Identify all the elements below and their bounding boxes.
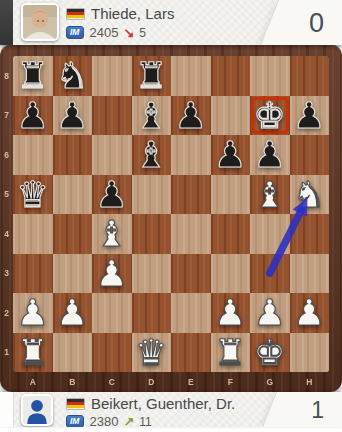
square-b5[interactable] [53, 175, 93, 215]
piece-white-pawn[interactable]: ♟ [17, 293, 49, 333]
square-e8[interactable] [171, 56, 211, 96]
player-rating-bottom: 2380 [89, 414, 118, 427]
square-f2[interactable]: ♟ [211, 293, 251, 333]
chess-board: 87654321 ♜♞♜♟♟♝♟♚♟♝♟♟♛♟♝♞♝♟♟♟♟♟♟♜♛♜♚ ABC… [0, 44, 342, 392]
square-h8[interactable] [290, 56, 330, 96]
rank-label-4: 4 [0, 214, 13, 254]
square-b6[interactable] [53, 135, 93, 175]
square-f5[interactable] [211, 175, 251, 215]
im-title-badge: IM [66, 26, 84, 40]
score-top: 0 [309, 7, 324, 38]
rating-change-bottom: 11 [139, 415, 151, 428]
square-b2[interactable]: ♟ [53, 293, 93, 333]
piece-white-queen[interactable]: ♛ [135, 333, 167, 373]
square-a4[interactable] [13, 214, 53, 254]
rank-label-3: 3 [0, 254, 13, 294]
piece-white-rook[interactable]: ♜ [214, 333, 246, 373]
player-name-top: Thiede, Lars [91, 5, 174, 22]
square-d4[interactable] [132, 214, 172, 254]
square-g5[interactable]: ♝ [250, 175, 290, 215]
piece-black-bishop[interactable]: ♝ [135, 135, 167, 175]
square-d7[interactable]: ♝ [132, 96, 172, 136]
player-rating-top: 2405 [89, 25, 118, 40]
square-e1[interactable] [171, 333, 211, 373]
piece-black-pawn[interactable]: ♟ [56, 96, 88, 136]
square-f1[interactable]: ♜ [211, 333, 251, 373]
piece-black-pawn[interactable]: ♟ [96, 175, 128, 215]
square-d3[interactable] [132, 254, 172, 294]
square-c3[interactable]: ♟ [92, 254, 132, 294]
piece-black-queen[interactable]: ♛ [17, 175, 49, 215]
square-c2[interactable] [92, 293, 132, 333]
square-f6[interactable]: ♟ [211, 135, 251, 175]
window-edge [0, 0, 13, 45]
im-title-badge: IM [66, 415, 84, 427]
player-name-bottom: Beikert, Guenther, Dr. [91, 395, 235, 412]
file-label-E: E [171, 372, 211, 392]
square-a3[interactable] [13, 254, 53, 294]
square-b7[interactable]: ♟ [53, 96, 93, 136]
piece-white-king[interactable]: ♚ [254, 333, 286, 373]
player-photo-top [21, 3, 59, 41]
square-e7[interactable]: ♟ [171, 96, 211, 136]
score-bottom: 1 [311, 396, 324, 423]
piece-white-pawn[interactable]: ♟ [293, 293, 325, 333]
score-wedge [260, 0, 342, 45]
square-d1[interactable]: ♛ [132, 333, 172, 373]
square-d6[interactable]: ♝ [132, 135, 172, 175]
square-a5[interactable]: ♛ [13, 175, 53, 215]
square-c4[interactable]: ♝ [92, 214, 132, 254]
square-a7[interactable]: ♟ [13, 96, 53, 136]
file-label-A: A [13, 372, 53, 392]
piece-white-bishop[interactable]: ♝ [254, 175, 286, 215]
file-label-H: H [290, 372, 330, 392]
square-c8[interactable] [92, 56, 132, 96]
piece-black-pawn[interactable]: ♟ [254, 135, 286, 175]
square-g7[interactable]: ♚ [250, 96, 290, 136]
board-grid[interactable]: ♜♞♜♟♟♝♟♚♟♝♟♟♛♟♝♞♝♟♟♟♟♟♟♜♛♜♚ [13, 56, 329, 372]
piece-black-rook[interactable]: ♜ [17, 56, 49, 96]
file-label-G: G [250, 372, 290, 392]
user-silhouette-icon [23, 396, 51, 424]
square-h4[interactable] [290, 214, 330, 254]
square-d2[interactable] [132, 293, 172, 333]
rating-down-icon: ↘ [123, 26, 134, 39]
rank-label-6: 6 [0, 135, 13, 175]
square-f8[interactable] [211, 56, 251, 96]
square-h1[interactable] [290, 333, 330, 373]
page-edge [0, 392, 14, 427]
rank-label-7: 7 [0, 96, 13, 136]
piece-white-knight[interactable]: ♞ [293, 175, 325, 215]
rank-label-1: 1 [0, 333, 13, 373]
square-h3[interactable] [290, 254, 330, 294]
piece-white-bishop[interactable]: ♝ [96, 214, 128, 254]
square-c6[interactable] [92, 135, 132, 175]
square-a2[interactable]: ♟ [13, 293, 53, 333]
square-g3[interactable] [250, 254, 290, 294]
square-e5[interactable] [171, 175, 211, 215]
square-h6[interactable] [290, 135, 330, 175]
player-photo-bottom [21, 394, 53, 426]
square-h7[interactable]: ♟ [290, 96, 330, 136]
rating-change-top: 5 [139, 26, 146, 40]
piece-black-king[interactable]: ♚ [254, 96, 286, 136]
rank-label-8: 8 [0, 56, 13, 96]
piece-black-bishop[interactable]: ♝ [135, 96, 167, 136]
player-bar-bottom: Beikert, Guenther, Dr. IM 2380 ↗ 11 1 [0, 392, 342, 427]
square-e3[interactable] [171, 254, 211, 294]
rank-labels: 87654321 [0, 56, 13, 372]
square-c7[interactable] [92, 96, 132, 136]
piece-black-pawn[interactable]: ♟ [17, 96, 49, 136]
square-e4[interactable] [171, 214, 211, 254]
rank-label-5: 5 [0, 175, 13, 215]
germany-flag-icon [66, 8, 85, 20]
square-g4[interactable] [250, 214, 290, 254]
square-b3[interactable] [53, 254, 93, 294]
piece-white-rook[interactable]: ♜ [17, 333, 49, 373]
square-e2[interactable] [171, 293, 211, 333]
square-f3[interactable] [211, 254, 251, 294]
piece-white-pawn[interactable]: ♟ [96, 254, 128, 294]
piece-black-pawn[interactable]: ♟ [214, 135, 246, 175]
piece-white-pawn[interactable]: ♟ [56, 293, 88, 333]
portrait-photo [23, 5, 57, 39]
square-a1[interactable]: ♜ [13, 333, 53, 373]
square-b1[interactable] [53, 333, 93, 373]
square-h2[interactable]: ♟ [290, 293, 330, 333]
score-wedge [262, 392, 342, 427]
square-b4[interactable] [53, 214, 93, 254]
rank-label-2: 2 [0, 293, 13, 333]
square-f7[interactable] [211, 96, 251, 136]
square-d5[interactable] [132, 175, 172, 215]
square-h5[interactable]: ♞ [290, 175, 330, 215]
file-label-F: F [211, 372, 251, 392]
square-g6[interactable]: ♟ [250, 135, 290, 175]
rating-up-icon: ↗ [123, 415, 134, 427]
square-g8[interactable] [250, 56, 290, 96]
file-label-D: D [132, 372, 172, 392]
piece-white-pawn[interactable]: ♟ [254, 293, 286, 333]
square-b8[interactable]: ♞ [53, 56, 93, 96]
piece-black-rook[interactable]: ♜ [135, 56, 167, 96]
piece-black-pawn[interactable]: ♟ [175, 96, 207, 136]
square-a8[interactable]: ♜ [13, 56, 53, 96]
file-labels: ABCDEFGH [13, 372, 329, 392]
square-e6[interactable] [171, 135, 211, 175]
square-a6[interactable] [13, 135, 53, 175]
player-bar-top: Thiede, Lars IM 2405 ↘ 5 0 [0, 0, 342, 45]
square-f4[interactable] [211, 214, 251, 254]
square-g1[interactable]: ♚ [250, 333, 290, 373]
piece-black-pawn[interactable]: ♟ [293, 96, 325, 136]
square-d8[interactable]: ♜ [132, 56, 172, 96]
square-c1[interactable] [92, 333, 132, 373]
square-c5[interactable]: ♟ [92, 175, 132, 215]
germany-flag-icon [66, 398, 85, 410]
piece-white-pawn[interactable]: ♟ [214, 293, 246, 333]
piece-black-knight[interactable]: ♞ [56, 56, 88, 96]
square-g2[interactable]: ♟ [250, 293, 290, 333]
file-label-C: C [92, 372, 132, 392]
file-label-B: B [53, 372, 93, 392]
